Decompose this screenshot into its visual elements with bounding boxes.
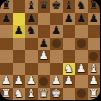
piece-white-pawn-c2: ♟ xyxy=(25,75,38,88)
square-f3[interactable]: ♞ xyxy=(63,63,76,76)
piece-white-pawn-d4: ♟ xyxy=(38,50,51,63)
square-b1[interactable]: ♞ xyxy=(13,88,26,101)
piece-black-bishop-c8: ♝ xyxy=(25,0,38,13)
move-hint-dot-h4[interactable] xyxy=(89,52,98,61)
square-b2[interactable]: ♟ xyxy=(13,75,26,88)
square-d4[interactable]: ♟ xyxy=(38,50,51,63)
piece-black-knight-g8: ♞ xyxy=(75,0,88,13)
piece-white-bishop-h3: ♝ xyxy=(88,63,101,76)
square-a7[interactable]: ♟ xyxy=(0,13,13,26)
piece-black-rook-h8: ♜ xyxy=(88,0,101,13)
square-h6[interactable] xyxy=(88,25,101,38)
square-f8[interactable]: ♝ xyxy=(63,0,76,13)
square-b6[interactable]: ♟ xyxy=(13,25,26,38)
square-a6[interactable] xyxy=(0,25,13,38)
piece-black-pawn-b6: ♟ xyxy=(13,25,26,38)
square-g4[interactable] xyxy=(75,50,88,63)
piece-white-rook-a1: ♜ xyxy=(0,88,13,101)
square-g1[interactable] xyxy=(75,88,88,101)
square-g7[interactable]: ♟ xyxy=(75,13,88,26)
square-h8[interactable]: ♜ xyxy=(88,0,101,13)
piece-white-rook-h1: ♜ xyxy=(88,88,101,101)
move-hint-dot-d2[interactable] xyxy=(39,77,48,86)
move-hint-dot-e5[interactable] xyxy=(52,39,61,48)
square-a1[interactable]: ♜ xyxy=(0,88,13,101)
square-c5[interactable] xyxy=(25,38,38,51)
square-e6[interactable]: ♟ xyxy=(50,25,63,38)
chess-board: ♜♝♛♚♝♞♜♟♟♟♟♟♟♞♟♟♟♞♟♝♟♟♟♟♟♟♜♞♝♛♚♜ xyxy=(0,0,100,100)
piece-white-knight-b1: ♞ xyxy=(13,88,26,101)
piece-white-pawn-g3: ♟ xyxy=(75,63,88,76)
piece-black-rook-a8: ♜ xyxy=(0,0,13,13)
square-e7[interactable] xyxy=(50,13,63,26)
piece-black-king-e8: ♚ xyxy=(50,0,63,13)
move-hint-dot-g1[interactable] xyxy=(77,89,86,98)
square-e3[interactable] xyxy=(50,63,63,76)
piece-white-pawn-f2: ♟ xyxy=(63,75,76,88)
square-b3[interactable] xyxy=(13,63,26,76)
piece-white-king-e1: ♚ xyxy=(50,88,63,101)
piece-black-pawn-a7: ♟ xyxy=(0,13,13,26)
chess-board-container: ♜♝♛♚♝♞♜♟♟♟♟♟♟♞♟♟♟♞♟♝♟♟♟♟♟♟♜♞♝♛♚♜ xyxy=(0,0,100,100)
piece-white-pawn-e2: ♟ xyxy=(50,75,63,88)
square-c1[interactable]: ♝ xyxy=(25,88,38,101)
piece-black-pawn-g7: ♟ xyxy=(75,13,88,26)
square-d1[interactable]: ♛ xyxy=(38,88,51,101)
square-a4[interactable] xyxy=(0,50,13,63)
square-g3[interactable]: ♟ xyxy=(75,63,88,76)
square-c6[interactable]: ♞ xyxy=(25,25,38,38)
move-hint-dot-g5[interactable] xyxy=(77,39,86,48)
square-b4[interactable] xyxy=(13,50,26,63)
piece-white-pawn-a2: ♟ xyxy=(0,75,13,88)
square-f6[interactable] xyxy=(63,25,76,38)
square-e5[interactable] xyxy=(50,38,63,51)
square-g5[interactable] xyxy=(75,38,88,51)
piece-black-pawn-h7: ♟ xyxy=(88,13,101,26)
square-h5[interactable] xyxy=(88,38,101,51)
piece-black-pawn-e6: ♟ xyxy=(50,25,63,38)
square-c3[interactable] xyxy=(25,63,38,76)
square-g8[interactable]: ♞ xyxy=(75,0,88,13)
piece-black-pawn-c7: ♟ xyxy=(25,13,38,26)
square-h7[interactable]: ♟ xyxy=(88,13,101,26)
square-d7[interactable] xyxy=(38,13,51,26)
square-h4[interactable] xyxy=(88,50,101,63)
square-h3[interactable]: ♝ xyxy=(88,63,101,76)
square-e8[interactable]: ♚ xyxy=(50,0,63,13)
piece-black-bishop-f8: ♝ xyxy=(63,0,76,13)
square-b5[interactable] xyxy=(13,38,26,51)
square-a5[interactable] xyxy=(0,38,13,51)
square-d8[interactable]: ♛ xyxy=(38,0,51,13)
square-e1[interactable]: ♚ xyxy=(50,88,63,101)
square-b8[interactable] xyxy=(13,0,26,13)
square-f5[interactable] xyxy=(63,38,76,51)
square-d2[interactable] xyxy=(38,75,51,88)
square-f1[interactable] xyxy=(63,88,76,101)
square-h1[interactable]: ♜ xyxy=(88,88,101,101)
square-e2[interactable]: ♟ xyxy=(50,75,63,88)
square-c4[interactable] xyxy=(25,50,38,63)
piece-black-pawn-d5: ♟ xyxy=(38,38,51,51)
piece-black-queen-d8: ♛ xyxy=(38,0,51,13)
piece-black-pawn-f7: ♟ xyxy=(63,13,76,26)
square-h2[interactable]: ♟ xyxy=(88,75,101,88)
square-a2[interactable]: ♟ xyxy=(0,75,13,88)
square-f7[interactable]: ♟ xyxy=(63,13,76,26)
square-d3[interactable] xyxy=(38,63,51,76)
piece-white-pawn-h2: ♟ xyxy=(88,75,101,88)
square-c2[interactable]: ♟ xyxy=(25,75,38,88)
square-f4[interactable] xyxy=(63,50,76,63)
piece-white-queen-d1: ♛ xyxy=(38,88,51,101)
piece-white-bishop-c1: ♝ xyxy=(25,88,38,101)
piece-white-pawn-b2: ♟ xyxy=(13,75,26,88)
square-c7[interactable]: ♟ xyxy=(25,13,38,26)
square-a3[interactable] xyxy=(0,63,13,76)
square-c8[interactable]: ♝ xyxy=(25,0,38,13)
piece-white-knight-f3: ♞ xyxy=(63,63,76,76)
square-a8[interactable]: ♜ xyxy=(0,0,13,13)
square-d5[interactable]: ♟ xyxy=(38,38,51,51)
piece-black-knight-c6: ♞ xyxy=(25,25,38,38)
square-e4[interactable] xyxy=(50,50,63,63)
square-d6[interactable] xyxy=(38,25,51,38)
square-f2[interactable]: ♟ xyxy=(63,75,76,88)
square-g2[interactable] xyxy=(75,75,88,88)
square-b7[interactable] xyxy=(13,13,26,26)
square-g6[interactable] xyxy=(75,25,88,38)
